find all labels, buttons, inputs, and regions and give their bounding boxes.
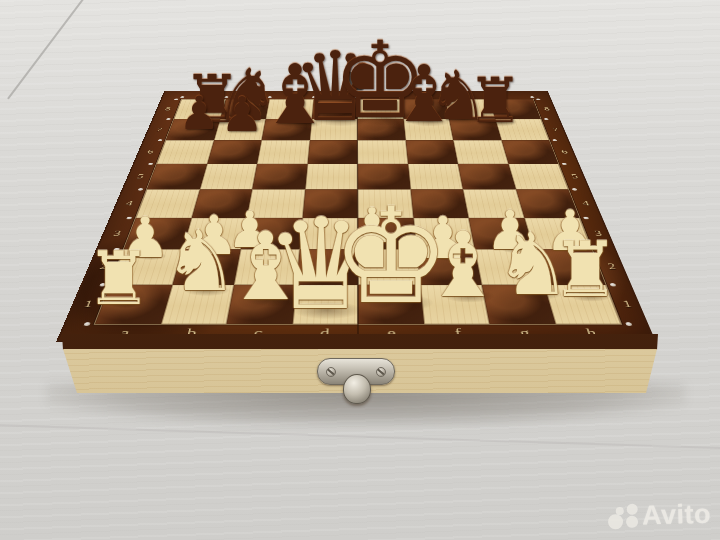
scene: abcdefgh1122334455667788 ♜♞♝♛♚♝♞♜♟♟♟♟♟♟♟… [0, 0, 720, 540]
file-label-d: d [290, 324, 358, 343]
square-f6 [405, 140, 458, 163]
square-d6 [307, 140, 357, 163]
square-b7 [214, 119, 266, 140]
square-h8 [489, 99, 541, 119]
square-g6 [453, 140, 508, 163]
square-g1 [482, 285, 556, 325]
square-e7 [357, 119, 405, 140]
frame-inlay-dot [83, 322, 90, 326]
square-a6 [157, 140, 214, 163]
square-d7 [309, 119, 357, 140]
square-c8 [266, 99, 314, 119]
square-g4 [463, 189, 524, 217]
square-c3 [241, 218, 302, 250]
file-label-a: a [87, 324, 161, 343]
frame-inlay-dot [530, 96, 535, 98]
square-c7 [262, 119, 312, 140]
frame-inlay-dot [562, 163, 567, 165]
square-h7 [495, 119, 549, 140]
frame-inlay-dot [595, 248, 601, 251]
back-hinge-latch [347, 72, 364, 90]
file-label-e: e [358, 324, 426, 343]
square-d3 [299, 218, 358, 250]
frame-inlay-dot [583, 216, 589, 219]
square-a5 [147, 164, 207, 190]
square-f2 [416, 249, 481, 284]
square-f7 [403, 119, 453, 140]
square-b2 [172, 249, 241, 284]
square-c1 [226, 285, 295, 325]
frame-inlay-dot [572, 188, 578, 190]
avito-watermark: Avito [603, 496, 720, 540]
square-b1 [161, 285, 234, 325]
clasp-screw-icon [326, 367, 336, 377]
frame-inlay-dot [224, 96, 228, 98]
square-f5 [408, 164, 463, 190]
frame-inlay-dot [180, 96, 185, 98]
file-label-b: b [155, 324, 227, 343]
square-e3 [358, 218, 417, 250]
square-g5 [458, 164, 516, 190]
square-d2 [296, 249, 358, 284]
frame-inlay-dot [536, 99, 541, 101]
square-g2 [475, 249, 544, 284]
square-d8 [312, 99, 358, 119]
square-f8 [401, 99, 449, 119]
file-label-g: g [489, 324, 561, 343]
square-a7 [166, 119, 220, 140]
frame-inlay-dot [544, 118, 549, 120]
metal-clasp-knob [343, 374, 371, 404]
square-g3 [469, 218, 534, 250]
square-e2 [358, 249, 420, 284]
frame-inlay-dot [268, 96, 272, 98]
frame-inlay-dot [486, 96, 490, 98]
square-c4 [247, 189, 305, 217]
square-b4 [191, 189, 252, 217]
frame-inlay-dot [625, 322, 632, 326]
avito-logo-icon [627, 504, 638, 515]
file-label-h: h [555, 324, 629, 343]
square-f3 [413, 218, 475, 250]
square-e1 [358, 285, 424, 325]
square-b6 [207, 140, 262, 163]
square-e4 [358, 189, 414, 217]
square-b8 [220, 99, 270, 119]
clasp-screw-icon [376, 367, 386, 377]
square-c6 [257, 140, 309, 163]
square-e8 [357, 99, 403, 119]
square-d4 [302, 189, 357, 217]
square-f1 [420, 285, 490, 325]
square-e6 [357, 140, 407, 163]
square-g8 [445, 99, 495, 119]
frame-inlay-dot [552, 139, 557, 141]
square-d1 [292, 285, 358, 325]
watermark-text: Avito [642, 499, 712, 532]
square-d5 [305, 164, 358, 190]
avito-logo-icon [608, 514, 623, 529]
frame-inlay-dot [609, 283, 616, 286]
square-e5 [357, 164, 410, 190]
file-label-c: c [223, 324, 293, 343]
square-b3 [182, 218, 247, 250]
square-c5 [252, 164, 307, 190]
square-a8 [174, 99, 225, 119]
file-label-f: f [424, 324, 494, 343]
square-f4 [410, 189, 468, 217]
square-a4 [136, 189, 200, 217]
square-g7 [449, 119, 501, 140]
square-b5 [199, 164, 257, 190]
frame-inlay-dot [355, 96, 359, 98]
frame-inlay-dot [312, 96, 316, 98]
frame-inlay-dot [399, 96, 403, 98]
avito-logo-icon [626, 516, 638, 528]
square-c2 [234, 249, 299, 284]
frame-inlay-dot [443, 96, 447, 98]
